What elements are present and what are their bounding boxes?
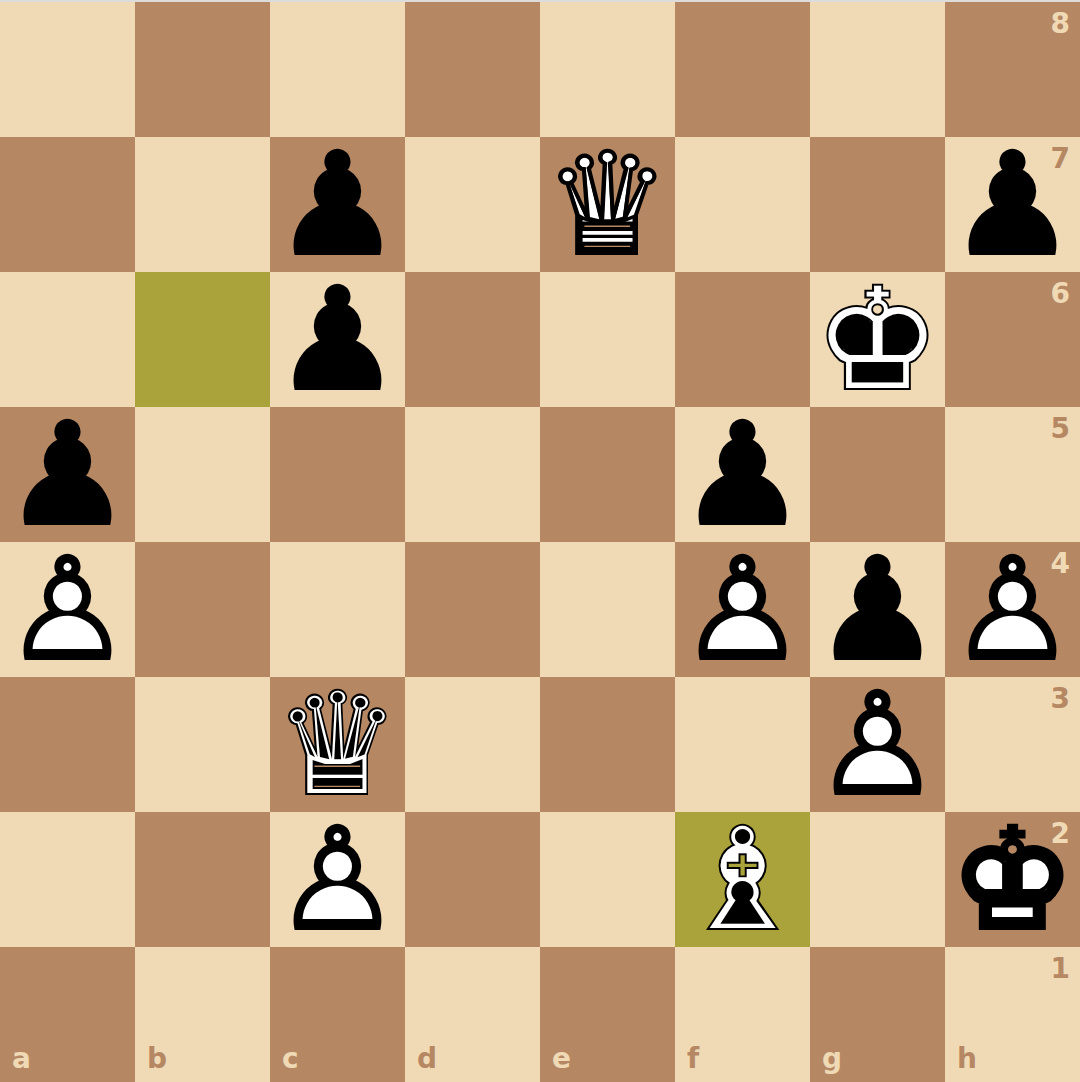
file-label-c: c xyxy=(282,1045,299,1073)
square-a5[interactable]: ♟♙ xyxy=(0,407,135,542)
square-c4[interactable] xyxy=(270,542,405,677)
square-h1[interactable]: 1h xyxy=(945,947,1080,1082)
square-h3[interactable]: 3 xyxy=(945,677,1080,812)
piece-line-layer: ♙ xyxy=(810,677,945,812)
square-c3[interactable]: ♛♕ xyxy=(270,677,405,812)
square-g8[interactable] xyxy=(810,2,945,137)
black-king-g6[interactable]: ♚♔ xyxy=(810,272,945,407)
square-a3[interactable] xyxy=(0,677,135,812)
piece-line-layer: ♔ xyxy=(945,812,1080,947)
square-f6[interactable] xyxy=(675,272,810,407)
square-c6[interactable]: ♟♙ xyxy=(270,272,405,407)
square-d8[interactable] xyxy=(405,2,540,137)
rank-label-1: 1 xyxy=(1051,955,1070,983)
black-pawn-g4[interactable]: ♟♙ xyxy=(810,542,945,677)
file-label-a: a xyxy=(12,1045,31,1073)
piece-line-layer: ♗ xyxy=(675,812,810,947)
file-label-g: g xyxy=(822,1045,842,1073)
square-d4[interactable] xyxy=(405,542,540,677)
square-e6[interactable] xyxy=(540,272,675,407)
square-g1[interactable]: g xyxy=(810,947,945,1082)
square-f7[interactable] xyxy=(675,137,810,272)
piece-line-layer: ♙ xyxy=(810,542,945,677)
piece-line-layer: ♙ xyxy=(270,137,405,272)
square-d5[interactable] xyxy=(405,407,540,542)
page: 8♟♙♛♕7♟♙♟♙♚♔6♟♙♟♙5♟♙♟♙♟♙4♟♙♛♕♟♙3♟♙♝♗2♚♔a… xyxy=(0,0,1080,1082)
square-f2[interactable]: ♝♗ xyxy=(675,812,810,947)
piece-line-layer: ♙ xyxy=(0,542,135,677)
square-b5[interactable] xyxy=(135,407,270,542)
square-c5[interactable] xyxy=(270,407,405,542)
square-e3[interactable] xyxy=(540,677,675,812)
white-pawn-g3[interactable]: ♟♙ xyxy=(810,677,945,812)
rank-label-6: 6 xyxy=(1051,280,1070,308)
square-a2[interactable] xyxy=(0,812,135,947)
piece-line-layer: ♙ xyxy=(675,407,810,542)
rank-label-8: 8 xyxy=(1051,10,1070,38)
square-g7[interactable] xyxy=(810,137,945,272)
white-pawn-h4[interactable]: ♟♙ xyxy=(945,542,1080,677)
file-label-f: f xyxy=(687,1045,699,1073)
piece-line-layer: ♕ xyxy=(270,677,405,812)
square-f8[interactable] xyxy=(675,2,810,137)
file-label-b: b xyxy=(147,1045,167,1073)
square-c2[interactable]: ♟♙ xyxy=(270,812,405,947)
square-a8[interactable] xyxy=(0,2,135,137)
black-pawn-h7[interactable]: ♟♙ xyxy=(945,137,1080,272)
square-a6[interactable] xyxy=(0,272,135,407)
piece-line-layer: ♔ xyxy=(810,272,945,407)
square-c8[interactable] xyxy=(270,2,405,137)
square-g5[interactable] xyxy=(810,407,945,542)
white-queen-e7[interactable]: ♛♕ xyxy=(540,137,675,272)
file-label-e: e xyxy=(552,1045,571,1073)
square-a1[interactable]: a xyxy=(0,947,135,1082)
square-b1[interactable]: b xyxy=(135,947,270,1082)
black-pawn-a5[interactable]: ♟♙ xyxy=(0,407,135,542)
piece-line-layer: ♕ xyxy=(540,137,675,272)
white-pawn-f4[interactable]: ♟♙ xyxy=(675,542,810,677)
square-h6[interactable]: 6 xyxy=(945,272,1080,407)
file-label-d: d xyxy=(417,1045,437,1073)
square-f1[interactable]: f xyxy=(675,947,810,1082)
square-h4[interactable]: 4♟♙ xyxy=(945,542,1080,677)
square-f4[interactable]: ♟♙ xyxy=(675,542,810,677)
square-b8[interactable] xyxy=(135,2,270,137)
square-e7[interactable]: ♛♕ xyxy=(540,137,675,272)
square-b4[interactable] xyxy=(135,542,270,677)
square-g3[interactable]: ♟♙ xyxy=(810,677,945,812)
square-h7[interactable]: 7♟♙ xyxy=(945,137,1080,272)
square-g6[interactable]: ♚♔ xyxy=(810,272,945,407)
chess-board: 8♟♙♛♕7♟♙♟♙♚♔6♟♙♟♙5♟♙♟♙♟♙4♟♙♛♕♟♙3♟♙♝♗2♚♔a… xyxy=(0,2,1080,1082)
square-g4[interactable]: ♟♙ xyxy=(810,542,945,677)
square-d7[interactable] xyxy=(405,137,540,272)
square-b6[interactable] xyxy=(135,272,270,407)
square-d6[interactable] xyxy=(405,272,540,407)
piece-line-layer: ♙ xyxy=(945,137,1080,272)
rank-label-5: 5 xyxy=(1051,415,1070,443)
black-queen-c3[interactable]: ♛♕ xyxy=(270,677,405,812)
black-pawn-c6[interactable]: ♟♙ xyxy=(270,272,405,407)
square-d3[interactable] xyxy=(405,677,540,812)
piece-line-layer: ♙ xyxy=(270,812,405,947)
black-pawn-f5[interactable]: ♟♙ xyxy=(675,407,810,542)
square-f3[interactable] xyxy=(675,677,810,812)
square-a7[interactable] xyxy=(0,137,135,272)
square-e4[interactable] xyxy=(540,542,675,677)
square-c7[interactable]: ♟♙ xyxy=(270,137,405,272)
square-e2[interactable] xyxy=(540,812,675,947)
square-g2[interactable] xyxy=(810,812,945,947)
piece-line-layer: ♙ xyxy=(0,407,135,542)
rank-label-3: 3 xyxy=(1051,685,1070,713)
square-h2[interactable]: 2♚♔ xyxy=(945,812,1080,947)
piece-line-layer: ♙ xyxy=(675,542,810,677)
square-h5[interactable]: 5 xyxy=(945,407,1080,542)
square-b3[interactable] xyxy=(135,677,270,812)
white-pawn-c2[interactable]: ♟♙ xyxy=(270,812,405,947)
square-e1[interactable]: e xyxy=(540,947,675,1082)
square-f5[interactable]: ♟♙ xyxy=(675,407,810,542)
square-d2[interactable] xyxy=(405,812,540,947)
piece-line-layer: ♙ xyxy=(945,542,1080,677)
piece-line-layer: ♙ xyxy=(270,272,405,407)
black-bishop-f2[interactable]: ♝♗ xyxy=(675,812,810,947)
square-b2[interactable] xyxy=(135,812,270,947)
square-e5[interactable] xyxy=(540,407,675,542)
square-d1[interactable]: d xyxy=(405,947,540,1082)
white-king-h2[interactable]: ♚♔ xyxy=(945,812,1080,947)
file-label-h: h xyxy=(957,1045,977,1073)
square-h8[interactable]: 8 xyxy=(945,2,1080,137)
white-pawn-a4[interactable]: ♟♙ xyxy=(0,542,135,677)
square-c1[interactable]: c xyxy=(270,947,405,1082)
black-pawn-c7[interactable]: ♟♙ xyxy=(270,137,405,272)
square-b7[interactable] xyxy=(135,137,270,272)
square-a4[interactable]: ♟♙ xyxy=(0,542,135,677)
square-e8[interactable] xyxy=(540,2,675,137)
